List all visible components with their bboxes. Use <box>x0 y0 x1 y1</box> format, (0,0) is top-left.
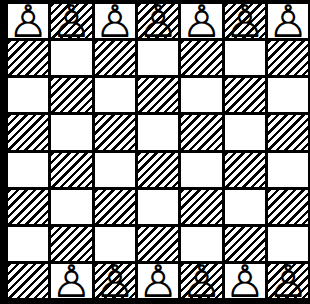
square-g1[interactable]: ♙ <box>268 264 308 298</box>
square-c6[interactable] <box>95 78 135 112</box>
square-f1[interactable]: ♙ <box>225 264 265 298</box>
square-c8[interactable]: ♙ <box>95 4 135 38</box>
square-b6[interactable] <box>51 78 91 112</box>
square-d5[interactable] <box>138 115 178 149</box>
square-e5[interactable] <box>181 115 221 149</box>
square-e6[interactable] <box>181 78 221 112</box>
chessboard: ♙♙♙♙♙♙♙♙♙♙♙♙♙♙ <box>8 4 303 298</box>
square-e1[interactable]: ♙ <box>181 264 221 298</box>
board-frame: ♙♙♙♙♙♙♙♙♙♙♙♙♙♙ <box>0 0 310 304</box>
white-pawn: ♙ <box>268 265 308 299</box>
square-e8[interactable]: ♙ <box>181 4 221 38</box>
white-pawn: ♙ <box>181 265 221 299</box>
black-pawn: ♙ <box>181 5 221 39</box>
square-a5[interactable] <box>8 115 48 149</box>
square-g4[interactable] <box>268 153 308 187</box>
square-d8[interactable]: ♙ <box>138 4 178 38</box>
square-b8[interactable]: ♙ <box>51 4 91 38</box>
white-pawn: ♙ <box>225 265 265 299</box>
square-e4[interactable] <box>181 153 221 187</box>
square-f8[interactable]: ♙ <box>225 4 265 38</box>
black-pawn: ♙ <box>95 5 135 39</box>
square-c1[interactable]: ♙ <box>95 264 135 298</box>
square-b1[interactable]: ♙ <box>51 264 91 298</box>
square-d1[interactable]: ♙ <box>138 264 178 298</box>
square-b3[interactable] <box>51 190 91 224</box>
square-a1[interactable] <box>8 264 48 298</box>
engraved-chess-diagram: ♙♙♙♙♙♙♙♙♙♙♙♙♙♙ <box>0 0 310 304</box>
square-f3[interactable] <box>225 190 265 224</box>
square-a4[interactable] <box>8 153 48 187</box>
white-pawn: ♙ <box>95 265 135 299</box>
square-b5[interactable] <box>51 115 91 149</box>
square-b4[interactable] <box>51 153 91 187</box>
square-a8[interactable]: ♙ <box>8 4 48 38</box>
square-d3[interactable] <box>138 190 178 224</box>
black-pawn: ♙ <box>225 5 265 39</box>
square-g6[interactable] <box>268 78 308 112</box>
white-pawn: ♙ <box>138 265 178 299</box>
square-c3[interactable] <box>95 190 135 224</box>
black-pawn: ♙ <box>268 5 308 39</box>
white-pawn: ♙ <box>51 265 91 299</box>
square-f6[interactable] <box>225 78 265 112</box>
square-f5[interactable] <box>225 115 265 149</box>
black-pawn: ♙ <box>8 5 48 39</box>
square-f4[interactable] <box>225 153 265 187</box>
square-d6[interactable] <box>138 78 178 112</box>
square-a6[interactable] <box>8 78 48 112</box>
square-c5[interactable] <box>95 115 135 149</box>
black-pawn: ♙ <box>138 5 178 39</box>
square-e3[interactable] <box>181 190 221 224</box>
square-g5[interactable] <box>268 115 308 149</box>
square-g8[interactable]: ♙ <box>268 4 308 38</box>
square-d4[interactable] <box>138 153 178 187</box>
square-c4[interactable] <box>95 153 135 187</box>
square-a2[interactable] <box>8 227 48 261</box>
black-pawn: ♙ <box>51 5 91 39</box>
square-a3[interactable] <box>8 190 48 224</box>
square-g3[interactable] <box>268 190 308 224</box>
